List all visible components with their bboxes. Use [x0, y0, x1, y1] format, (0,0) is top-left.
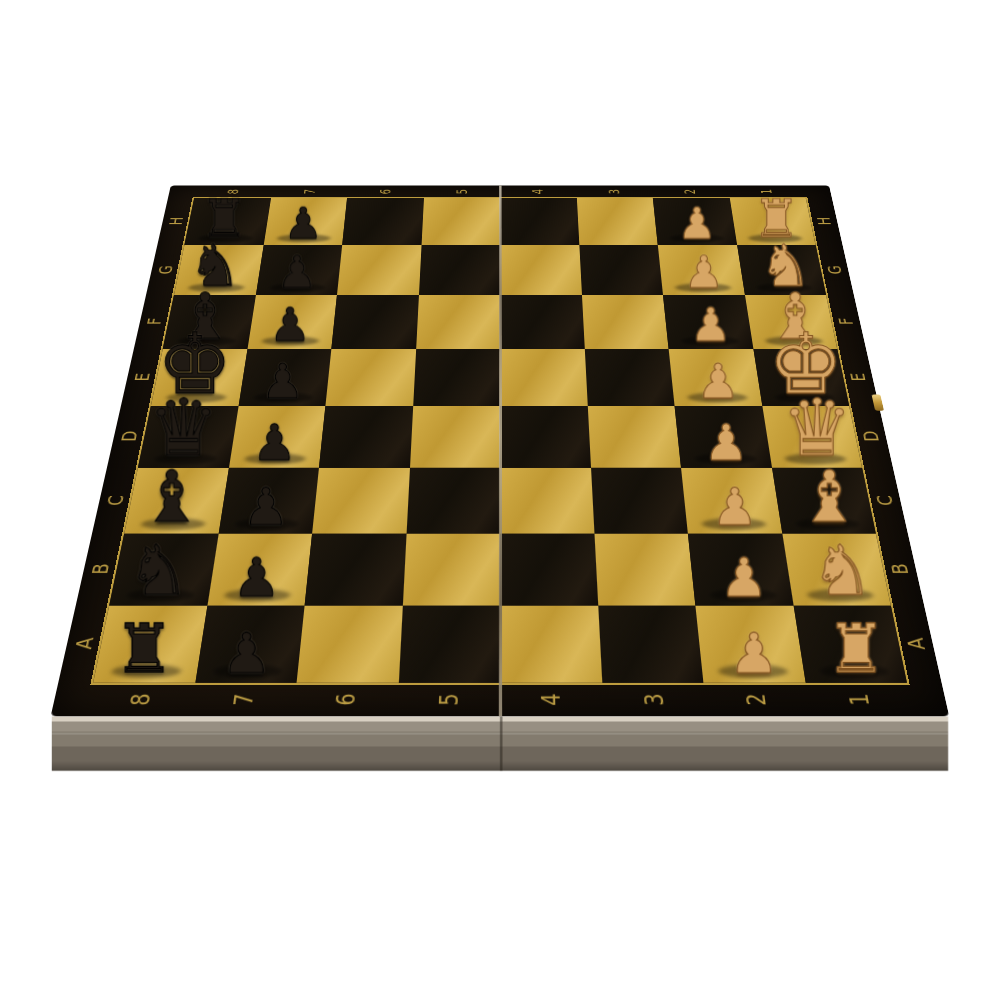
square-d4[interactable]	[500, 406, 590, 468]
white-bishop[interactable]: ♝	[782, 465, 876, 532]
black-pawn[interactable]: ♟	[229, 419, 319, 466]
chess-board: 87654321 87654321 HGFEDCBA HGFEDCBA ♜♟♟♜…	[51, 186, 950, 717]
square-c5[interactable]	[406, 467, 500, 533]
square-d5[interactable]	[410, 406, 500, 468]
black-pawn[interactable]: ♟	[247, 303, 331, 347]
square-h6[interactable]	[342, 198, 423, 245]
square-a5[interactable]	[398, 605, 500, 682]
square-b3[interactable]	[594, 534, 695, 606]
square-b7[interactable]: ♟	[207, 534, 312, 606]
square-a8[interactable]: ♜	[93, 605, 207, 682]
white-pawn[interactable]: ♟	[674, 359, 761, 404]
square-b6[interactable]	[305, 534, 406, 606]
square-h5[interactable]	[421, 198, 500, 245]
black-bishop[interactable]: ♝	[125, 465, 219, 532]
square-e6[interactable]	[325, 349, 415, 406]
square-h7[interactable]: ♟	[263, 198, 347, 245]
square-c8[interactable]: ♝	[124, 467, 228, 533]
white-queen[interactable]: ♛	[771, 391, 861, 466]
square-f6[interactable]	[331, 295, 418, 349]
white-pawn[interactable]: ♟	[668, 303, 752, 347]
black-pawn[interactable]: ♟	[218, 483, 312, 532]
white-pawn[interactable]: ♟	[688, 483, 782, 532]
black-pawn[interactable]: ♟	[195, 628, 297, 681]
black-knight[interactable]: ♞	[110, 538, 208, 604]
square-a4[interactable]	[500, 605, 602, 682]
square-f2[interactable]: ♟	[663, 295, 753, 349]
white-pawn[interactable]: ♟	[681, 419, 771, 466]
square-b8[interactable]: ♞	[109, 534, 218, 606]
white-knight[interactable]: ♞	[793, 538, 891, 604]
square-b2[interactable]: ♟	[688, 534, 793, 606]
square-a2[interactable]: ♟	[695, 605, 805, 682]
square-f4[interactable]	[500, 295, 584, 349]
square-g2[interactable]: ♟	[658, 245, 745, 295]
square-d3[interactable]	[587, 406, 681, 468]
black-rook[interactable]: ♜	[94, 617, 196, 681]
square-a1[interactable]: ♜	[793, 605, 907, 682]
square-e3[interactable]	[584, 349, 674, 406]
white-pawn[interactable]: ♟	[703, 628, 805, 681]
square-c3[interactable]	[590, 467, 687, 533]
square-g7[interactable]: ♟	[255, 245, 342, 295]
square-e7[interactable]: ♟	[238, 349, 331, 406]
square-b5[interactable]	[402, 534, 500, 606]
white-rook[interactable]: ♜	[805, 617, 907, 681]
square-e2[interactable]: ♟	[669, 349, 762, 406]
square-g3[interactable]	[579, 245, 663, 295]
square-d7[interactable]: ♟	[229, 406, 326, 468]
black-pawn[interactable]: ♟	[238, 359, 325, 404]
square-b4[interactable]	[500, 534, 598, 606]
black-queen[interactable]: ♛	[138, 391, 228, 466]
square-h3[interactable]	[576, 198, 657, 245]
white-pawn[interactable]: ♟	[658, 203, 737, 244]
square-a6[interactable]	[297, 605, 403, 682]
square-c6[interactable]	[312, 467, 409, 533]
chess-set-photo: 87654321 87654321 HGFEDCBA HGFEDCBA ♜♟♟♜…	[0, 0, 1000, 1000]
square-b1[interactable]: ♞	[782, 534, 891, 606]
square-e5[interactable]	[413, 349, 500, 406]
square-f5[interactable]	[416, 295, 500, 349]
square-d2[interactable]: ♟	[675, 406, 772, 468]
black-pawn[interactable]: ♟	[263, 203, 342, 244]
black-pawn[interactable]: ♟	[256, 251, 337, 293]
square-a7[interactable]: ♟	[195, 605, 305, 682]
box-front-edge	[52, 716, 948, 770]
square-f3[interactable]	[582, 295, 669, 349]
white-pawn[interactable]: ♟	[695, 553, 793, 604]
square-h4[interactable]	[500, 198, 579, 245]
square-g5[interactable]	[418, 245, 500, 295]
square-c1[interactable]: ♝	[771, 467, 875, 533]
white-pawn[interactable]: ♟	[663, 251, 744, 293]
square-c2[interactable]: ♟	[681, 467, 782, 533]
square-d6[interactable]	[319, 406, 413, 468]
square-c4[interactable]	[500, 467, 594, 533]
square-g6[interactable]	[337, 245, 421, 295]
square-c7[interactable]: ♟	[218, 467, 319, 533]
black-pawn[interactable]: ♟	[207, 553, 305, 604]
square-g4[interactable]	[500, 245, 582, 295]
square-h2[interactable]: ♟	[653, 198, 737, 245]
square-f7[interactable]: ♟	[247, 295, 337, 349]
square-e4[interactable]	[500, 349, 587, 406]
square-a3[interactable]	[598, 605, 704, 682]
